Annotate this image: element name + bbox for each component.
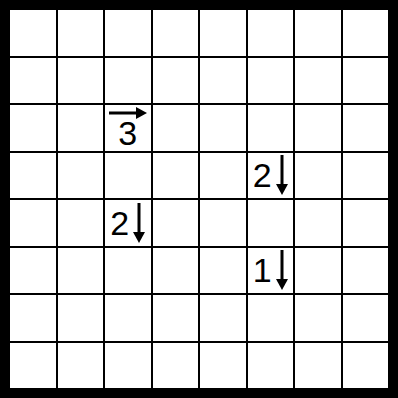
cell-r3c1[interactable] xyxy=(10,105,56,151)
cell-r2c6[interactable] xyxy=(248,58,294,104)
cell-r7c1[interactable] xyxy=(10,295,56,341)
cell-r6c1[interactable] xyxy=(10,248,56,294)
cell-r8c5[interactable] xyxy=(200,343,246,389)
cell-r1c8[interactable] xyxy=(343,10,389,56)
cell-r8c4[interactable] xyxy=(153,343,199,389)
arrow-down-icon xyxy=(133,203,145,243)
cell-r1c7[interactable] xyxy=(295,10,341,56)
cell-r5c4[interactable] xyxy=(153,200,199,246)
cell-r4c4[interactable] xyxy=(153,153,199,199)
cell-r7c5[interactable] xyxy=(200,295,246,341)
cell-r7c2[interactable] xyxy=(58,295,104,341)
cell-r4c6: 2 xyxy=(248,153,294,199)
cell-r3c3: 3 xyxy=(105,105,151,151)
cell-r2c7[interactable] xyxy=(295,58,341,104)
clue-number: 2 xyxy=(253,158,272,192)
cell-r5c5[interactable] xyxy=(200,200,246,246)
clue-number: 1 xyxy=(253,253,272,287)
cell-r7c3[interactable] xyxy=(105,295,151,341)
cell-r8c1[interactable] xyxy=(10,343,56,389)
cell-r2c5[interactable] xyxy=(200,58,246,104)
cell-r2c2[interactable] xyxy=(58,58,104,104)
cell-r6c3[interactable] xyxy=(105,248,151,294)
cell-r6c2[interactable] xyxy=(58,248,104,294)
cell-r7c6[interactable] xyxy=(248,295,294,341)
cell-r1c6[interactable] xyxy=(248,10,294,56)
cell-r2c4[interactable] xyxy=(153,58,199,104)
cell-r1c3[interactable] xyxy=(105,10,151,56)
cell-r1c5[interactable] xyxy=(200,10,246,56)
arrow-down-icon xyxy=(276,250,288,290)
clue-number: 3 xyxy=(118,116,137,150)
cell-r1c2[interactable] xyxy=(58,10,104,56)
cell-r6c4[interactable] xyxy=(153,248,199,294)
cell-r7c8[interactable] xyxy=(343,295,389,341)
cell-r3c7[interactable] xyxy=(295,105,341,151)
cell-r5c6[interactable] xyxy=(248,200,294,246)
cell-r5c3: 2 xyxy=(105,200,151,246)
cell-r3c4[interactable] xyxy=(153,105,199,151)
cell-r6c7[interactable] xyxy=(295,248,341,294)
cell-r6c5[interactable] xyxy=(200,248,246,294)
cell-r5c1[interactable] xyxy=(10,200,56,246)
cell-r2c3[interactable] xyxy=(105,58,151,104)
cell-r7c4[interactable] xyxy=(153,295,199,341)
cell-r8c6[interactable] xyxy=(248,343,294,389)
cell-r2c8[interactable] xyxy=(343,58,389,104)
cell-r4c1[interactable] xyxy=(10,153,56,199)
cell-r4c2[interactable] xyxy=(58,153,104,199)
cell-r3c6[interactable] xyxy=(248,105,294,151)
cell-r5c2[interactable] xyxy=(58,200,104,246)
cell-r2c1[interactable] xyxy=(10,58,56,104)
cell-r4c8[interactable] xyxy=(343,153,389,199)
cell-r4c3[interactable] xyxy=(105,153,151,199)
cell-r3c2[interactable] xyxy=(58,105,104,151)
cell-r6c6: 1 xyxy=(248,248,294,294)
cell-r8c3[interactable] xyxy=(105,343,151,389)
cell-r4c7[interactable] xyxy=(295,153,341,199)
cell-r5c8[interactable] xyxy=(343,200,389,246)
cell-r1c1[interactable] xyxy=(10,10,56,56)
cell-r8c2[interactable] xyxy=(58,343,104,389)
cell-r7c7[interactable] xyxy=(295,295,341,341)
cell-r1c4[interactable] xyxy=(153,10,199,56)
puzzle-board: 3221 xyxy=(0,0,398,398)
cell-r5c7[interactable] xyxy=(295,200,341,246)
arrow-right-icon xyxy=(109,107,147,119)
arrow-down-icon xyxy=(276,155,288,195)
clue-number: 2 xyxy=(110,206,129,240)
cell-r8c8[interactable] xyxy=(343,343,389,389)
cell-r4c5[interactable] xyxy=(200,153,246,199)
cell-r3c8[interactable] xyxy=(343,105,389,151)
cell-r8c7[interactable] xyxy=(295,343,341,389)
cell-r6c8[interactable] xyxy=(343,248,389,294)
cell-r3c5[interactable] xyxy=(200,105,246,151)
